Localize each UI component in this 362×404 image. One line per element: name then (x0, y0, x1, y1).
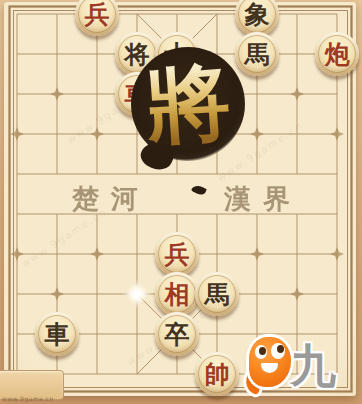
piece-black-chariot[interactable]: 車 (35, 312, 79, 356)
piece-glyph: 卒 (165, 322, 190, 347)
move-highlight-sparkle (126, 283, 148, 305)
piece-glyph: 馬 (245, 42, 270, 67)
river-label-han: 漢界 (224, 181, 302, 217)
piece-black-pawn[interactable]: 卒 (155, 312, 199, 356)
piece-glyph: 馬 (205, 282, 230, 307)
piece-glyph: 炮 (325, 42, 350, 67)
jiuyou-watermark-text: 九游 (290, 336, 362, 404)
piece-glyph: 車 (45, 322, 70, 347)
corner-watermark-url: www.9game.cn (2, 395, 54, 402)
piece-black-horse-top[interactable]: 馬 (235, 32, 279, 76)
piece-glyph: 帥 (205, 362, 230, 387)
river-label-chu: 楚河 (72, 181, 150, 217)
jiuyou-mascot-icon (247, 333, 293, 393)
piece-red-pawn-home[interactable]: 兵 (155, 232, 199, 276)
piece-red-elephant[interactable]: 相 (155, 272, 199, 316)
piece-glyph: 兵 (85, 2, 110, 27)
piece-glyph: 相 (165, 282, 190, 307)
piece-black-horse-bottom[interactable]: 馬 (195, 272, 239, 316)
mascot-left-eye (255, 345, 267, 359)
check-announcement-badge: 將 (131, 47, 245, 161)
piece-red-general[interactable]: 帥 (195, 352, 239, 396)
piece-glyph: 兵 (165, 242, 190, 267)
mascot-body (249, 337, 291, 387)
game-screen: 楚河 漢界 兵象将士馬炮車兵相馬卒車帥 將 九游 www.9game.cn ww… (0, 0, 362, 404)
piece-red-cannon[interactable]: 炮 (315, 32, 359, 76)
mascot-right-eye (271, 343, 285, 359)
check-badge-glyph: 將 (143, 59, 233, 149)
piece-glyph: 象 (245, 2, 270, 27)
